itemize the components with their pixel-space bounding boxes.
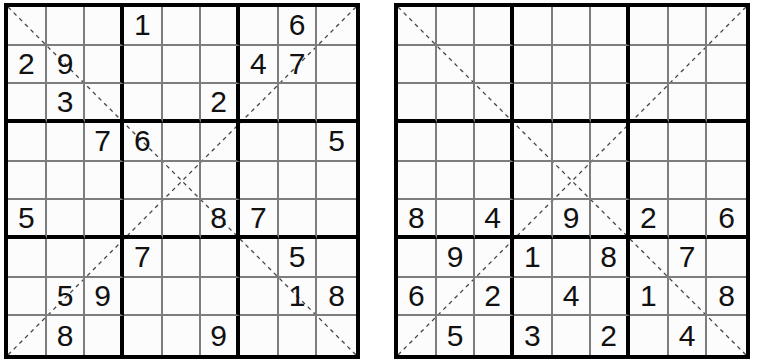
cell-r5c1[interactable]	[398, 162, 437, 201]
cell-r6c7[interactable]: 7	[240, 200, 279, 239]
cell-r3c7[interactable]	[630, 84, 669, 123]
cell-r2c6[interactable]	[591, 46, 630, 85]
cell-r9c6[interactable]: 2	[591, 316, 630, 355]
cell-r1c7[interactable]	[240, 7, 279, 46]
cell-r5c5[interactable]	[553, 162, 592, 201]
cell-r1c4[interactable]	[514, 7, 553, 46]
cell-r4c8[interactable]	[279, 123, 318, 162]
cell-r3c9[interactable]	[707, 84, 746, 123]
cell-r9c2[interactable]: 5	[437, 316, 476, 355]
cell-r6c5[interactable]	[163, 200, 202, 239]
cell-r2c1[interactable]	[398, 46, 437, 85]
cell-r5c3[interactable]	[475, 162, 514, 201]
cell-r4c1[interactable]	[398, 123, 437, 162]
cell-r4c5[interactable]	[163, 123, 202, 162]
cell-r5c2[interactable]	[437, 162, 476, 201]
cell-r8c9[interactable]: 8	[707, 278, 746, 317]
cell-r8c4[interactable]	[514, 278, 553, 317]
cell-r1c2[interactable]	[47, 7, 86, 46]
cell-r6c8[interactable]	[279, 200, 318, 239]
cell-r3c8[interactable]	[279, 84, 318, 123]
cell-r9c5[interactable]	[553, 316, 592, 355]
cell-r8c8[interactable]	[669, 278, 708, 317]
cell-r7c2[interactable]	[47, 239, 86, 278]
cell-r1c3[interactable]	[85, 7, 124, 46]
cell-r4c6[interactable]	[591, 123, 630, 162]
cell-r9c2[interactable]: 8	[47, 316, 86, 355]
cell-r1c1[interactable]	[8, 7, 47, 46]
cell-r1c7[interactable]	[630, 7, 669, 46]
cell-r2c5[interactable]	[163, 46, 202, 85]
cell-r8c9[interactable]: 8	[317, 278, 356, 317]
cell-r3c4[interactable]	[124, 84, 163, 123]
cell-r6c4[interactable]	[514, 200, 553, 239]
cell-r8c1[interactable]: 6	[398, 278, 437, 317]
cell-r4c9[interactable]	[707, 123, 746, 162]
cell-r3c7[interactable]	[240, 84, 279, 123]
cell-r8c4[interactable]	[124, 278, 163, 317]
cell-r5c6[interactable]	[591, 162, 630, 201]
cell-r9c3[interactable]	[85, 316, 124, 355]
cell-r4c4[interactable]	[514, 123, 553, 162]
cell-r3c1[interactable]	[8, 84, 47, 123]
cell-r9c8[interactable]: 4	[669, 316, 708, 355]
cell-r7c7[interactable]	[240, 239, 279, 278]
cell-r8c5[interactable]: 4	[553, 278, 592, 317]
cell-r2c6[interactable]	[201, 46, 240, 85]
cell-r7c1[interactable]	[8, 239, 47, 278]
cell-r1c4[interactable]: 1	[124, 7, 163, 46]
cell-r9c5[interactable]	[163, 316, 202, 355]
cell-r1c8[interactable]: 6	[279, 7, 318, 46]
cell-r4c2[interactable]	[437, 123, 476, 162]
sudoku-board-left: 1629473276558775591889	[4, 3, 360, 359]
cell-r6c6[interactable]: 8	[201, 200, 240, 239]
cell-r5c9[interactable]	[707, 162, 746, 201]
cell-r3c3[interactable]	[85, 84, 124, 123]
cell-r3c5[interactable]	[553, 84, 592, 123]
sudoku-board-right: 849269187624185324	[394, 3, 750, 359]
cell-r8c3[interactable]: 2	[475, 278, 514, 317]
cell-r9c4[interactable]	[124, 316, 163, 355]
cell-r8c5[interactable]	[163, 278, 202, 317]
cell-r4c7[interactable]	[630, 123, 669, 162]
cell-r7c5[interactable]	[553, 239, 592, 278]
cell-r7c8[interactable]: 5	[279, 239, 318, 278]
cell-r8c3[interactable]: 9	[85, 278, 124, 317]
cell-r9c4[interactable]: 3	[514, 316, 553, 355]
cell-r5c2[interactable]	[47, 162, 86, 201]
cell-r7c9[interactable]	[317, 239, 356, 278]
cell-r7c2[interactable]: 9	[437, 239, 476, 278]
cell-r5c4[interactable]	[124, 162, 163, 201]
cell-r5c3[interactable]	[85, 162, 124, 201]
cell-r3c9[interactable]	[317, 84, 356, 123]
cell-r7c4[interactable]: 7	[124, 239, 163, 278]
cell-r6c1[interactable]: 5	[8, 200, 47, 239]
cell-r9c8[interactable]	[279, 316, 318, 355]
cell-r5c6[interactable]	[201, 162, 240, 201]
cell-r4c3[interactable]: 7	[85, 123, 124, 162]
cell-r2c5[interactable]	[553, 46, 592, 85]
cell-r1c9[interactable]	[317, 7, 356, 46]
cell-r7c4[interactable]: 1	[514, 239, 553, 278]
cell-r6c2[interactable]	[47, 200, 86, 239]
cell-r3c2[interactable]	[437, 84, 476, 123]
cell-r5c9[interactable]	[317, 162, 356, 201]
cell-r2c3[interactable]	[475, 46, 514, 85]
cell-r5c1[interactable]	[8, 162, 47, 201]
cell-r1c6[interactable]	[201, 7, 240, 46]
cell-r3c4[interactable]	[514, 84, 553, 123]
cell-r9c1[interactable]	[398, 316, 437, 355]
cell-r7c6[interactable]: 8	[591, 239, 630, 278]
cell-r3c8[interactable]	[669, 84, 708, 123]
cell-r7c6[interactable]	[201, 239, 240, 278]
cell-r2c8[interactable]	[669, 46, 708, 85]
cell-r3c1[interactable]	[398, 84, 437, 123]
cell-r2c9[interactable]	[707, 46, 746, 85]
cell-r6c8[interactable]	[669, 200, 708, 239]
cell-r8c1[interactable]	[8, 278, 47, 317]
cell-r1c6[interactable]	[591, 7, 630, 46]
cell-r5c5[interactable]	[163, 162, 202, 201]
cell-r4c2[interactable]	[47, 123, 86, 162]
cell-r5c8[interactable]	[669, 162, 708, 201]
cell-r4c8[interactable]	[669, 123, 708, 162]
cell-r1c5[interactable]	[163, 7, 202, 46]
cell-r2c2[interactable]	[437, 46, 476, 85]
cell-r1c2[interactable]	[437, 7, 476, 46]
cell-r9c1[interactable]	[8, 316, 47, 355]
cell-r9c9[interactable]	[707, 316, 746, 355]
cell-r6c4[interactable]	[124, 200, 163, 239]
cell-r9c7[interactable]	[240, 316, 279, 355]
cell-r3c6[interactable]	[591, 84, 630, 123]
cell-r6c3[interactable]	[85, 200, 124, 239]
cell-r9c6[interactable]: 9	[201, 316, 240, 355]
cell-r7c5[interactable]	[163, 239, 202, 278]
cell-r4c9[interactable]: 5	[317, 123, 356, 162]
cell-r2c7[interactable]	[630, 46, 669, 85]
cell-r2c1[interactable]: 2	[8, 46, 47, 85]
cell-r5c8[interactable]	[279, 162, 318, 201]
cell-r1c5[interactable]	[553, 7, 592, 46]
cell-r1c1[interactable]	[398, 7, 437, 46]
cell-grid: 1629473276558775591889	[8, 7, 356, 355]
cell-r1c3[interactable]	[475, 7, 514, 46]
cell-r6c1[interactable]: 8	[398, 200, 437, 239]
cell-r6c6[interactable]	[591, 200, 630, 239]
cell-r8c8[interactable]: 1	[279, 278, 318, 317]
cell-r2c3[interactable]	[85, 46, 124, 85]
puzzle-page: 1629473276558775591889 84926918762418532…	[0, 0, 757, 362]
cell-r4c7[interactable]	[240, 123, 279, 162]
cell-r2c7[interactable]: 4	[240, 46, 279, 85]
cell-r6c7[interactable]: 2	[630, 200, 669, 239]
cell-r3c3[interactable]	[475, 84, 514, 123]
cell-r8c2[interactable]	[437, 278, 476, 317]
cell-r3c5[interactable]	[163, 84, 202, 123]
cell-r8c7[interactable]	[240, 278, 279, 317]
cell-r4c5[interactable]	[553, 123, 592, 162]
cell-r4c4[interactable]: 6	[124, 123, 163, 162]
cell-r2c2[interactable]: 9	[47, 46, 86, 85]
cell-r9c9[interactable]	[317, 316, 356, 355]
cell-r6c5[interactable]: 9	[553, 200, 592, 239]
cell-r6c9[interactable]: 6	[707, 200, 746, 239]
cell-r5c7[interactable]	[630, 162, 669, 201]
cell-r9c3[interactable]	[475, 316, 514, 355]
cell-r9c7[interactable]	[630, 316, 669, 355]
cell-r2c8[interactable]: 7	[279, 46, 318, 85]
cell-r7c7[interactable]	[630, 239, 669, 278]
cell-r6c9[interactable]	[317, 200, 356, 239]
cell-r7c9[interactable]	[707, 239, 746, 278]
cell-r8c7[interactable]: 1	[630, 278, 669, 317]
cell-r3c2[interactable]: 3	[47, 84, 86, 123]
cell-r7c8[interactable]: 7	[669, 239, 708, 278]
cell-r1c8[interactable]	[669, 7, 708, 46]
cell-r4c6[interactable]	[201, 123, 240, 162]
cell-r2c9[interactable]	[317, 46, 356, 85]
cell-r1c9[interactable]	[707, 7, 746, 46]
cell-r3c6[interactable]: 2	[201, 84, 240, 123]
cell-r6c2[interactable]	[437, 200, 476, 239]
cell-r7c3[interactable]	[85, 239, 124, 278]
cell-r5c4[interactable]	[514, 162, 553, 201]
cell-r4c3[interactable]	[475, 123, 514, 162]
cell-grid: 849269187624185324	[398, 7, 746, 355]
cell-r8c2[interactable]: 5	[47, 278, 86, 317]
cell-r7c3[interactable]	[475, 239, 514, 278]
cell-r2c4[interactable]	[124, 46, 163, 85]
cell-r4c1[interactable]	[8, 123, 47, 162]
cell-r8c6[interactable]	[201, 278, 240, 317]
cell-r8c6[interactable]	[591, 278, 630, 317]
cell-r2c4[interactable]	[514, 46, 553, 85]
cell-r5c7[interactable]	[240, 162, 279, 201]
cell-r7c1[interactable]	[398, 239, 437, 278]
cell-r6c3[interactable]: 4	[475, 200, 514, 239]
